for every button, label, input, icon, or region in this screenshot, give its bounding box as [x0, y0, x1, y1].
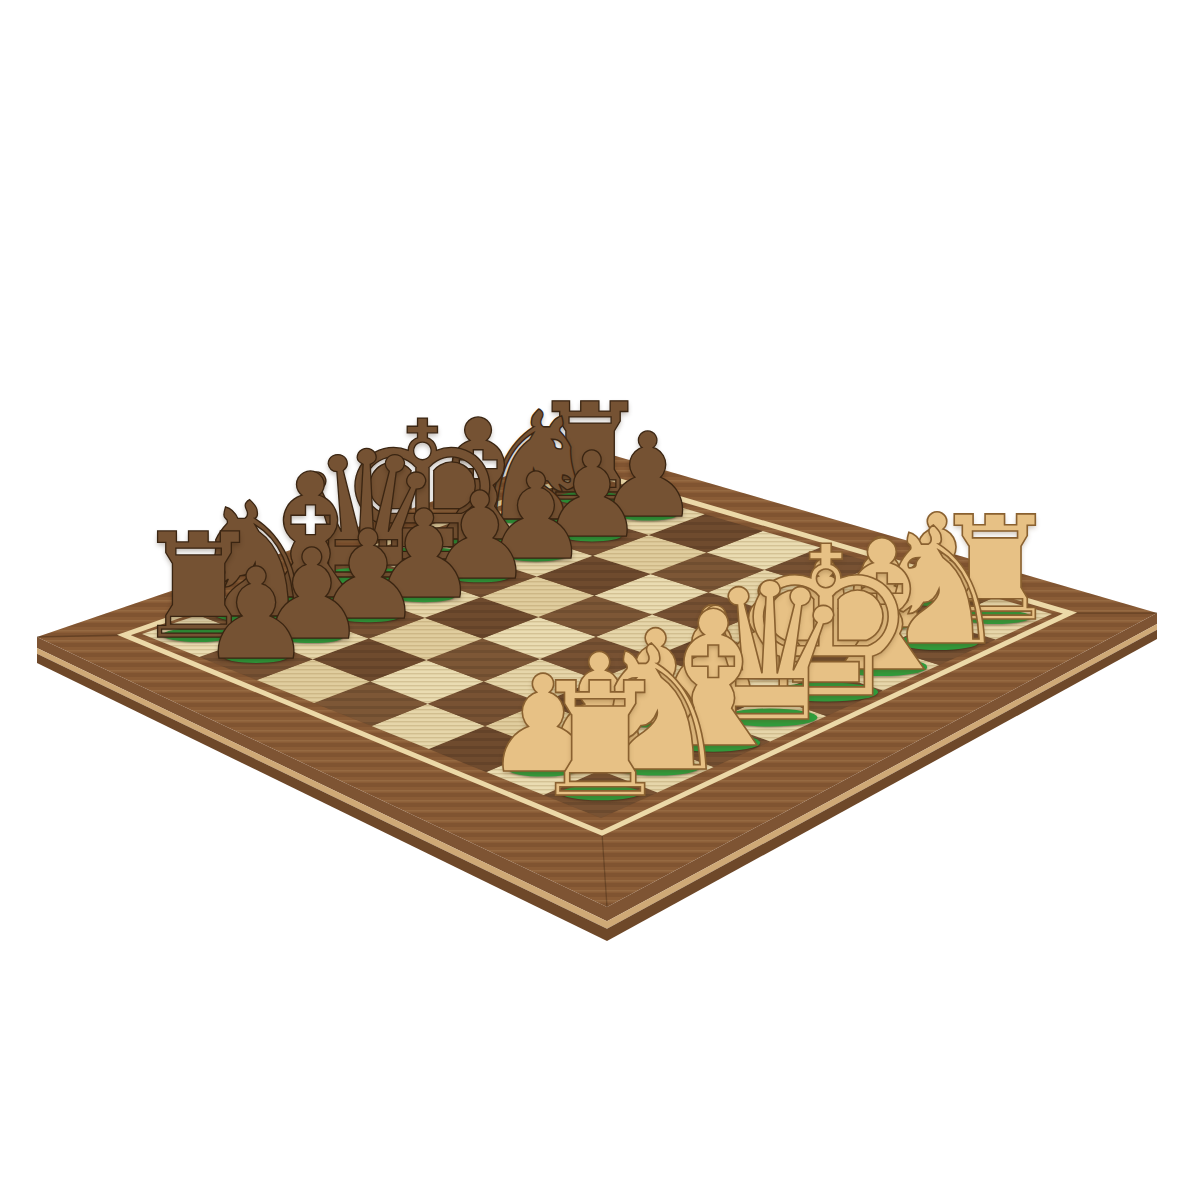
chess-set-photo: ♜♟♞♟♝♟♚♟♛♝♟♟♞♟♜♟♜♟♞♟♟♝♟♚♟♛♟♝♟♞♟♜ — [0, 0, 1200, 1200]
black-pawn-icon: ♟ — [199, 552, 312, 678]
white-rook-icon: ♜ — [530, 661, 672, 819]
